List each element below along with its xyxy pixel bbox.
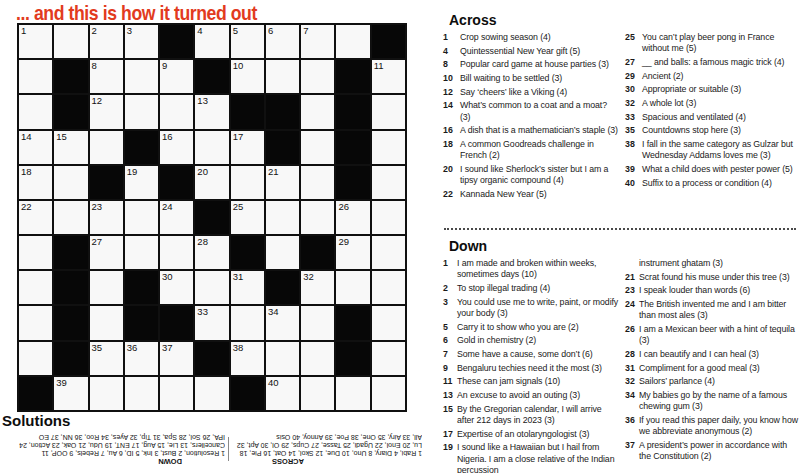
- grid-cell-black: [54, 60, 87, 93]
- clue-text: Bengaluru techies need it the most (3): [457, 363, 619, 374]
- grid-cell[interactable]: [336, 25, 369, 58]
- grid-cell[interactable]: [160, 236, 193, 269]
- clue-text: A president’s power in accordance with t…: [639, 440, 800, 463]
- crossword-grid: 1234567891011121314151617181920212223242…: [17, 23, 407, 412]
- cell-number: 13: [197, 96, 208, 106]
- grid-cell[interactable]: [195, 377, 228, 410]
- down-heading: Down: [449, 238, 800, 254]
- clue-item: 25You can’t play beer pong in France wit…: [625, 32, 800, 55]
- grid-cell[interactable]: 26: [336, 201, 369, 234]
- clue-number: 28: [625, 349, 639, 360]
- grid-cell[interactable]: 32: [301, 271, 334, 304]
- clue-number: 15: [443, 404, 457, 427]
- grid-cell[interactable]: [90, 306, 123, 339]
- clue-text: I sound like a Hawaiian but I hail from …: [457, 442, 619, 473]
- clue-text: Compliment for a good meal (3): [639, 363, 800, 374]
- grid-cell[interactable]: 25: [231, 201, 264, 234]
- grid-cell-black: [231, 377, 264, 410]
- grid-cell-black: [54, 342, 87, 375]
- clue-text: I am a Mexican beer with a hint of tequi…: [639, 324, 800, 347]
- cell-number: 11: [374, 61, 384, 71]
- grid-cell[interactable]: 6: [266, 25, 299, 58]
- clue-number: 5: [443, 322, 457, 333]
- clue-text: Crop sowing season (4): [460, 32, 619, 43]
- clue-number: 12: [443, 87, 460, 98]
- cell-number: 16: [162, 132, 173, 142]
- grid-cell[interactable]: 18: [19, 166, 52, 199]
- cell-number: 29: [338, 237, 349, 247]
- clue-item: 1I am made and broken within weeks, some…: [443, 258, 619, 281]
- clue-text: A dish that is a mathematician’s staple …: [460, 125, 619, 136]
- clue-item: instrument ghatam (3): [625, 258, 800, 269]
- grid-cell[interactable]: 19: [125, 166, 158, 199]
- grid-cell-black: [231, 95, 264, 128]
- grid-cell[interactable]: [301, 166, 334, 199]
- cell-number: 18: [21, 167, 32, 177]
- grid-cell[interactable]: [125, 60, 158, 93]
- clue-number: 36: [625, 415, 639, 438]
- grid-cell-black: [125, 306, 158, 339]
- clue-item: 19I sound like a Hawaiian but I hail fro…: [443, 442, 619, 473]
- grid-cell[interactable]: [301, 95, 334, 128]
- grid-cell[interactable]: 13: [195, 95, 228, 128]
- grid-cell[interactable]: [231, 166, 264, 199]
- cell-number: 36: [127, 343, 138, 353]
- grid-cell-black: [266, 131, 299, 164]
- clue-number: 2: [443, 283, 457, 294]
- cell-number: 33: [197, 307, 208, 317]
- grid-cell[interactable]: [336, 377, 369, 410]
- solutions-across-label: ACROSS: [232, 457, 304, 465]
- grid-cell[interactable]: [90, 271, 123, 304]
- cell-number: 39: [56, 378, 67, 388]
- grid-cell-black: [125, 131, 158, 164]
- clue-item: 32Sailors’ parlance (4): [625, 376, 800, 387]
- clue-text: What a child does with pester power (5): [642, 164, 800, 175]
- grid-cell[interactable]: [90, 131, 123, 164]
- grid-cell[interactable]: [301, 306, 334, 339]
- grid-cell-black: [336, 60, 369, 93]
- clue-item: 16A dish that is a mathematician’s stapl…: [443, 125, 619, 136]
- clue-item: 14What’s common to a coat and a moat? (3…: [443, 100, 619, 123]
- grid-cell[interactable]: 27: [90, 236, 123, 269]
- clue-number: 35: [625, 125, 642, 136]
- grid-cell-black: [266, 271, 299, 304]
- cell-number: 3: [127, 26, 132, 36]
- clue-text: You could use me to write, paint, or mod…: [457, 297, 619, 320]
- grid-cell[interactable]: [266, 201, 299, 234]
- cell-number: 6: [268, 26, 273, 36]
- clue-text: By the Gregorian calendar, I will arrive…: [457, 404, 619, 427]
- clue-item: 18A common Goodreads challenge in French…: [443, 139, 619, 162]
- grid-cell[interactable]: 1: [19, 25, 52, 58]
- grid-cell[interactable]: [195, 271, 228, 304]
- clue-number: 21: [625, 272, 639, 283]
- grid-cell[interactable]: 23: [90, 201, 123, 234]
- cell-number: 10: [233, 61, 244, 71]
- clue-number: 23: [625, 285, 639, 296]
- clue-number: 4: [443, 46, 460, 57]
- clue-text: I am made and broken within weeks, somet…: [457, 258, 619, 281]
- clue-number: 8: [443, 59, 460, 70]
- grid-cell[interactable]: 35: [90, 342, 123, 375]
- clue-item: 11These can jam signals (10): [443, 376, 619, 387]
- clue-text: Sailors’ parlance (4): [639, 376, 800, 387]
- cell-number: 27: [92, 237, 103, 247]
- clue-text: instrument ghatam (3): [639, 258, 800, 269]
- grid-cell-black: [125, 271, 158, 304]
- clue-text: Say ‘cheers’ like a Viking (4): [460, 87, 619, 98]
- grid-cell-black: [195, 342, 228, 375]
- clue-item: 39What a child does with pester power (5…: [625, 164, 800, 175]
- grid-cell[interactable]: 40: [266, 377, 299, 410]
- page: { "game": "crossword", "title": "... and…: [0, 0, 800, 473]
- cell-number: 21: [268, 167, 279, 177]
- clue-item: 17Expertise of an otolaryngologist (3): [443, 429, 619, 440]
- grid-cell[interactable]: [90, 377, 123, 410]
- grid-cell[interactable]: 9: [160, 60, 193, 93]
- clue-item: 37A president’s power in accordance with…: [625, 440, 800, 463]
- grid-cell[interactable]: 12: [90, 95, 123, 128]
- grid-cell[interactable]: [372, 131, 405, 164]
- grid-cell-black: [160, 25, 193, 58]
- grid-cell[interactable]: 8: [90, 60, 123, 93]
- clue-item: 20I sound like Sherlock’s sister but I a…: [443, 164, 619, 187]
- clue-number: 14: [443, 100, 460, 123]
- clue-item: 1Crop sowing season (4): [443, 32, 619, 43]
- across-section: Across 1Crop sowing season (4)4Quintesse…: [437, 12, 800, 203]
- solutions-heading: Solutions: [2, 412, 70, 429]
- grid-cell[interactable]: [372, 306, 405, 339]
- grid-cell[interactable]: 11: [372, 60, 405, 93]
- solutions-down-block: DOWN 1 Resolution, 2 Bust, 3 Ink, 5 ID, …: [6, 433, 225, 465]
- clue-text: Gold in chemistry (2): [457, 335, 619, 346]
- clue-number: 22: [443, 189, 460, 200]
- clue-item: 7Some have a cause, some don’t (6): [443, 349, 619, 360]
- grid-cell[interactable]: [372, 377, 405, 410]
- cell-number: 4: [197, 26, 202, 36]
- grid-cell[interactable]: 24: [160, 201, 193, 234]
- clue-number: 24: [625, 299, 639, 322]
- cell-number: 17: [233, 132, 244, 142]
- grid-cell[interactable]: 28: [195, 236, 228, 269]
- across-clues-column-1: 1Crop sowing season (4)4Quintessential N…: [437, 32, 619, 203]
- clue-number: 17: [443, 429, 457, 440]
- page-title: ... and this is how it turned out: [16, 1, 257, 25]
- clue-item: 27__ and balls: a famous magic trick (4): [625, 57, 800, 68]
- grid-cell[interactable]: [231, 306, 264, 339]
- clue-item: 31Compliment for a good meal (3): [625, 363, 800, 374]
- clue-item: 40Suffix to a process or condition (4): [625, 178, 800, 189]
- clue-item: 15By the Gregorian calendar, I will arri…: [443, 404, 619, 427]
- clue-number: 10: [443, 73, 460, 84]
- down-clues-column-2: instrument ghatam (3)21Scrat found his m…: [619, 258, 800, 473]
- cell-number: 35: [92, 343, 103, 353]
- grid-cell[interactable]: 30: [160, 271, 193, 304]
- grid-cell[interactable]: [125, 377, 158, 410]
- clue-number: 19: [443, 442, 457, 473]
- grid-cell[interactable]: 33: [195, 306, 228, 339]
- clue-number: 30: [625, 84, 642, 95]
- grid-cell[interactable]: 34: [266, 306, 299, 339]
- clue-number: 40: [625, 178, 642, 189]
- grid-cell[interactable]: 4: [195, 25, 228, 58]
- grid-cell[interactable]: [301, 131, 334, 164]
- grid-cell[interactable]: [301, 342, 334, 375]
- grid-cell[interactable]: 2: [90, 25, 123, 58]
- clue-text: Quintessential New Year gift (5): [460, 46, 619, 57]
- grid-cell[interactable]: 22: [19, 201, 52, 234]
- grid-cell[interactable]: [125, 201, 158, 234]
- grid-cell[interactable]: 14: [19, 131, 52, 164]
- clue-item: 35Countdowns stop here (3): [625, 125, 800, 136]
- clue-text: I sound like Sherlock’s sister but I am …: [460, 164, 619, 187]
- clue-item: 26I am a Mexican beer with a hint of teq…: [625, 324, 800, 347]
- grid-cell[interactable]: [160, 377, 193, 410]
- grid-cell[interactable]: [301, 377, 334, 410]
- solutions-divider: [228, 437, 229, 461]
- grid-cell[interactable]: 36: [125, 342, 158, 375]
- grid-cell-black: [54, 306, 87, 339]
- grid-cell[interactable]: 21: [266, 166, 299, 199]
- grid-cell[interactable]: [19, 95, 52, 128]
- grid-cell-black: [231, 236, 264, 269]
- clue-text: The British invented me and I am bitter …: [639, 299, 800, 322]
- grid-cell[interactable]: 38: [231, 342, 264, 375]
- clue-item: 32A whole lot (3): [625, 98, 800, 109]
- cell-number: 12: [92, 96, 103, 106]
- clue-text: Ancient (2): [642, 71, 800, 82]
- grid-cell[interactable]: [372, 271, 405, 304]
- grid-cell[interactable]: [372, 201, 405, 234]
- solutions-down-text: 1 Resolution, 2 Bust, 3 Ink, 5 ID, 6 Au,…: [19, 434, 225, 457]
- clue-number: 32: [625, 376, 639, 387]
- grid-cell-black: [266, 95, 299, 128]
- grid-cell[interactable]: [19, 342, 52, 375]
- clue-text: To stop illegal trading (4): [457, 283, 619, 294]
- clue-item: 28I can beautify and I can heal (3): [625, 349, 800, 360]
- grid-cell[interactable]: [54, 201, 87, 234]
- down-clues-column-1: 1I am made and broken within weeks, some…: [437, 258, 619, 473]
- clue-item: 13An excuse to avoid an outing (3): [443, 390, 619, 401]
- grid-cell-black: [336, 342, 369, 375]
- grid-cell[interactable]: [125, 95, 158, 128]
- grid-cell[interactable]: 5: [231, 25, 264, 58]
- grid-cell-black: [336, 95, 369, 128]
- grid-cell[interactable]: [301, 60, 334, 93]
- clue-text: A whole lot (3): [642, 98, 800, 109]
- grid-cell[interactable]: [195, 131, 228, 164]
- clue-text: Suffix to a process or condition (4): [642, 178, 800, 189]
- grid-cell[interactable]: [19, 236, 52, 269]
- clue-text: Expertise of an otolaryngologist (3): [457, 429, 619, 440]
- cell-number: 34: [268, 307, 279, 317]
- clue-number: 13: [443, 390, 457, 401]
- cell-number: 7: [303, 26, 308, 36]
- grid-cell[interactable]: [19, 271, 52, 304]
- clue-item: 3You could use me to write, paint, or mo…: [443, 297, 619, 320]
- cell-number: 15: [56, 132, 67, 142]
- grid-cell[interactable]: 16: [160, 131, 193, 164]
- clue-item: 12Say ‘cheers’ like a Viking (4): [443, 87, 619, 98]
- grid-cell-black: [195, 201, 228, 234]
- grid-cell-black: [336, 306, 369, 339]
- clue-number: 27: [625, 57, 642, 68]
- clue-item: 2To stop illegal trading (4): [443, 283, 619, 294]
- clue-number: 31: [625, 363, 639, 374]
- cell-number: 22: [21, 202, 32, 212]
- grid-cell-black: [336, 166, 369, 199]
- clue-number: 11: [443, 376, 457, 387]
- clue-number: 18: [443, 139, 460, 162]
- clue-number: 9: [443, 363, 457, 374]
- clue-number: 38: [625, 139, 642, 162]
- grid-cell-black: [160, 306, 193, 339]
- grid-cell[interactable]: 7: [301, 25, 334, 58]
- grid-cell[interactable]: [372, 166, 405, 199]
- clue-number: 33: [625, 112, 642, 123]
- clue-number: 34: [625, 390, 639, 413]
- grid-cell[interactable]: [372, 236, 405, 269]
- grid-cell-black: [19, 377, 52, 410]
- cell-number: 5: [233, 26, 238, 36]
- grid-cell-black: [54, 95, 87, 128]
- grid-cell[interactable]: [301, 201, 334, 234]
- across-heading: Across: [449, 12, 800, 28]
- clue-text: Bill waiting to be settled (3): [460, 73, 619, 84]
- grid-cell-black: [195, 60, 228, 93]
- clue-number: 37: [625, 440, 639, 463]
- clue-text: I speak louder than words (6): [639, 285, 800, 296]
- grid-cell[interactable]: [372, 95, 405, 128]
- cell-number: 30: [162, 272, 173, 282]
- clue-item: 5Carry it to show who you are (2): [443, 322, 619, 333]
- clue-text: Kannada New Year (5): [460, 189, 619, 200]
- clue-item: 6Gold in chemistry (2): [443, 335, 619, 346]
- grid-cell[interactable]: [160, 95, 193, 128]
- grid-cell[interactable]: [266, 342, 299, 375]
- clue-item: 23I speak louder than words (6): [625, 285, 800, 296]
- grid-cell[interactable]: 29: [336, 236, 369, 269]
- grid-cell-black: [90, 166, 123, 199]
- down-section: Down 1I am made and broken within weeks,…: [437, 238, 800, 473]
- clue-item: 33Spacious and ventilated (4): [625, 112, 800, 123]
- clue-text: What’s common to a coat and a moat? (3): [460, 100, 619, 123]
- clue-item: 29Ancient (2): [625, 71, 800, 82]
- cell-number: 40: [268, 378, 279, 388]
- grid-cell[interactable]: [372, 342, 405, 375]
- grid-cell[interactable]: [266, 60, 299, 93]
- clue-item: 38I fall in the same category as Gulzar …: [625, 139, 800, 162]
- solutions-across-text: 1 Rabi, 4 Diary, 8 Uno, 10 Due, 12 Skol,…: [237, 434, 422, 457]
- grid-cell[interactable]: 31: [231, 271, 264, 304]
- across-clues-column-2: 25You can’t play beer pong in France wit…: [619, 32, 800, 203]
- clue-text: __ and balls: a famous magic trick (4): [642, 57, 800, 68]
- cell-number: 25: [233, 202, 244, 212]
- clue-text: Some have a cause, some don’t (6): [457, 349, 619, 360]
- clue-text: An excuse to avoid an outing (3): [457, 390, 619, 401]
- dotted-divider: [444, 228, 796, 230]
- clue-text: Popular card game at house parties (3): [460, 59, 619, 70]
- grid-cell-black: [372, 25, 405, 58]
- clue-item: 10Bill waiting to be settled (3): [443, 73, 619, 84]
- grid-cell-black: [301, 236, 334, 269]
- clue-item: 30Appropriate or suitable (3): [625, 84, 800, 95]
- clue-text: I can beautify and I can heal (3): [639, 349, 800, 360]
- cell-number: 23: [92, 202, 103, 212]
- clue-item: 34My babies go by the name of a famous c…: [625, 390, 800, 413]
- cell-number: 19: [127, 167, 138, 177]
- grid-cell[interactable]: [336, 271, 369, 304]
- grid-cell[interactable]: [54, 166, 87, 199]
- clue-item: 21Scrat found his muse under this tree (…: [625, 272, 800, 283]
- cell-number: 1: [21, 26, 26, 36]
- clue-item: 9Bengaluru techies need it the most (3): [443, 363, 619, 374]
- grid-cell-black: [160, 166, 193, 199]
- grid-cell[interactable]: 3: [125, 25, 158, 58]
- cell-number: 26: [338, 202, 349, 212]
- clue-item: 4Quintessential New Year gift (5): [443, 46, 619, 57]
- clue-number: 7: [443, 349, 457, 360]
- grid-cell[interactable]: 37: [160, 342, 193, 375]
- clue-text: Appropriate or suitable (3): [642, 84, 800, 95]
- grid-cell-black: [54, 236, 87, 269]
- clue-text: Scrat found his muse under this tree (3): [639, 272, 800, 283]
- grid-cell[interactable]: 10: [231, 60, 264, 93]
- grid-cell[interactable]: [266, 236, 299, 269]
- solutions-across-block: ACROSS 1 Rabi, 4 Diary, 8 Uno, 10 Due, 1…: [232, 433, 422, 465]
- clue-text: Spacious and ventilated (4): [642, 112, 800, 123]
- clue-text: A common Goodreads challenge in French (…: [460, 139, 619, 162]
- clue-number: [625, 258, 639, 269]
- clue-text: I fall in the same category as Gulzar bu…: [642, 139, 800, 162]
- clue-text: My babies go by the name of a famous che…: [639, 390, 800, 413]
- clue-number: 3: [443, 297, 457, 320]
- grid-cell[interactable]: [19, 60, 52, 93]
- clue-text: Carry it to show who you are (2): [457, 322, 619, 333]
- cell-number: 20: [197, 167, 208, 177]
- grid-cell-black: [54, 271, 87, 304]
- solutions-down-label: DOWN: [6, 457, 182, 465]
- cell-number: 14: [21, 132, 32, 142]
- clue-item: 24The British invented me and I am bitte…: [625, 299, 800, 322]
- grid-cell[interactable]: [125, 236, 158, 269]
- grid-cell[interactable]: 20: [195, 166, 228, 199]
- clue-number: 29: [625, 71, 642, 82]
- cell-number: 28: [197, 237, 208, 247]
- cell-number: 9: [162, 61, 167, 71]
- clue-number: 39: [625, 164, 642, 175]
- cell-number: 8: [92, 61, 97, 71]
- clue-text: If you read this paper daily, you know h…: [639, 415, 800, 438]
- cell-number: 24: [162, 202, 173, 212]
- clue-text: Countdowns stop here (3): [642, 125, 800, 136]
- cell-number: 38: [233, 343, 244, 353]
- grid-cell[interactable]: 39: [54, 377, 87, 410]
- cell-number: 2: [92, 26, 97, 36]
- grid-cell[interactable]: 17: [231, 131, 264, 164]
- grid-cell[interactable]: [19, 306, 52, 339]
- grid-cell[interactable]: 15: [54, 131, 87, 164]
- clue-item: 36If you read this paper daily, you know…: [625, 415, 800, 438]
- solutions-strip: DOWN 1 Resolution, 2 Bust, 3 Ink, 5 ID, …: [6, 433, 424, 465]
- grid-cell-black: [336, 131, 369, 164]
- cell-number: 31: [233, 272, 244, 282]
- grid-cell[interactable]: [54, 25, 87, 58]
- clue-number: 32: [625, 98, 642, 109]
- cell-number: 32: [303, 272, 314, 282]
- clue-number: 6: [443, 335, 457, 346]
